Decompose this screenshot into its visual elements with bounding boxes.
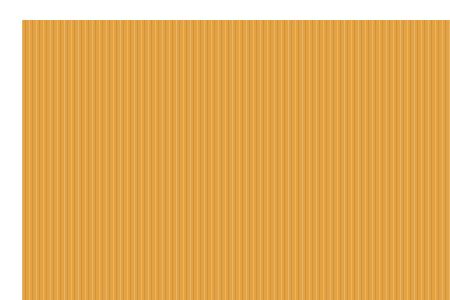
go-board[interactable] (22, 20, 450, 300)
go-diagram (0, 0, 450, 300)
